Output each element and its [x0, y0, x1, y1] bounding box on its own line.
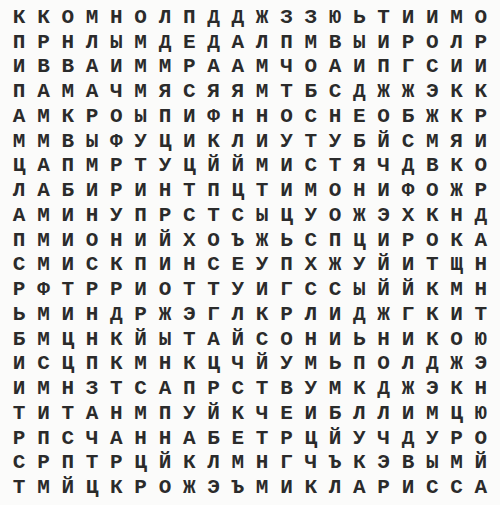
grid-cell[interactable]: Д	[153, 30, 177, 55]
grid-cell[interactable]: Н	[153, 352, 177, 377]
grid-cell[interactable]: С	[250, 327, 274, 352]
grid-cell[interactable]: Н	[56, 376, 80, 401]
grid-cell[interactable]: Й	[201, 401, 225, 426]
grid-cell[interactable]: Р	[469, 178, 493, 203]
grid-cell[interactable]: Н	[226, 104, 250, 129]
grid-cell[interactable]: Н	[250, 104, 274, 129]
grid-cell[interactable]: Ч	[250, 401, 274, 426]
grid-cell[interactable]: О	[469, 426, 493, 451]
grid-cell[interactable]: А	[226, 55, 250, 80]
grid-cell[interactable]: Т	[177, 277, 201, 302]
grid-cell[interactable]: Т	[128, 154, 152, 179]
grid-cell[interactable]: У	[128, 129, 152, 154]
grid-cell[interactable]: Л	[347, 401, 371, 426]
grid-cell[interactable]: Ц	[274, 203, 298, 228]
grid-cell[interactable]: Д	[347, 302, 371, 327]
grid-cell[interactable]: О	[56, 5, 80, 30]
grid-cell[interactable]: Ж	[396, 376, 420, 401]
grid-cell[interactable]: А	[201, 327, 225, 352]
grid-cell[interactable]: Г	[396, 302, 420, 327]
grid-cell[interactable]: Н	[371, 327, 395, 352]
grid-cell[interactable]: Н	[323, 104, 347, 129]
grid-cell[interactable]: Т	[299, 129, 323, 154]
grid-cell[interactable]: У	[347, 426, 371, 451]
grid-cell[interactable]: Э	[177, 302, 201, 327]
grid-cell[interactable]: Ц	[347, 228, 371, 253]
grid-cell[interactable]: Н	[177, 253, 201, 278]
grid-cell[interactable]: Р	[104, 277, 128, 302]
grid-cell[interactable]: Ц	[444, 401, 468, 426]
grid-cell[interactable]: Ц	[7, 154, 31, 179]
grid-cell[interactable]: М	[250, 79, 274, 104]
grid-cell[interactable]: Р	[128, 475, 152, 500]
grid-cell[interactable]: И	[250, 277, 274, 302]
grid-cell[interactable]: К	[104, 352, 128, 377]
grid-cell[interactable]: И	[128, 277, 152, 302]
grid-cell[interactable]: И	[128, 228, 152, 253]
grid-cell[interactable]: С	[299, 277, 323, 302]
grid-cell[interactable]: Ц	[201, 352, 225, 377]
grid-cell[interactable]: Б	[299, 79, 323, 104]
grid-cell[interactable]: С	[7, 451, 31, 476]
grid-cell[interactable]: П	[177, 376, 201, 401]
grid-cell[interactable]: С	[420, 475, 444, 500]
grid-cell[interactable]: Я	[444, 129, 468, 154]
grid-cell[interactable]: Ж	[347, 203, 371, 228]
grid-cell[interactable]: П	[80, 352, 104, 377]
grid-cell[interactable]: С	[396, 129, 420, 154]
grid-cell[interactable]: Т	[250, 376, 274, 401]
grid-cell[interactable]: Т	[104, 376, 128, 401]
grid-cell[interactable]: П	[56, 451, 80, 476]
grid-cell[interactable]: Р	[396, 30, 420, 55]
grid-cell[interactable]: С	[226, 203, 250, 228]
grid-cell[interactable]: З	[80, 376, 104, 401]
grid-cell[interactable]: У	[153, 154, 177, 179]
grid-cell[interactable]: П	[347, 352, 371, 377]
grid-cell[interactable]: Д	[226, 5, 250, 30]
grid-cell[interactable]: П	[177, 5, 201, 30]
grid-cell[interactable]: И	[396, 327, 420, 352]
grid-cell[interactable]: К	[104, 475, 128, 500]
grid-cell[interactable]: Ж	[250, 5, 274, 30]
grid-cell[interactable]: Х	[396, 203, 420, 228]
grid-cell[interactable]: М	[31, 129, 55, 154]
grid-cell[interactable]: Ж	[371, 79, 395, 104]
grid-cell[interactable]: Р	[7, 277, 31, 302]
grid-cell[interactable]: М	[31, 376, 55, 401]
grid-cell[interactable]: М	[31, 104, 55, 129]
grid-cell[interactable]: Г	[396, 55, 420, 80]
grid-cell[interactable]: Т	[56, 401, 80, 426]
grid-cell[interactable]: П	[128, 253, 152, 278]
grid-cell[interactable]: В	[31, 55, 55, 80]
grid-cell[interactable]: С	[56, 426, 80, 451]
grid-cell[interactable]: М	[31, 253, 55, 278]
grid-cell[interactable]: Ф	[31, 277, 55, 302]
grid-cell[interactable]: Ы	[104, 30, 128, 55]
grid-cell[interactable]: О	[153, 475, 177, 500]
grid-cell[interactable]: У	[104, 203, 128, 228]
grid-cell[interactable]: Р	[80, 277, 104, 302]
grid-cell[interactable]: М	[7, 129, 31, 154]
grid-cell[interactable]: Р	[274, 302, 298, 327]
grid-cell[interactable]: Н	[153, 178, 177, 203]
grid-cell[interactable]: Д	[396, 426, 420, 451]
grid-cell[interactable]: Ы	[347, 277, 371, 302]
grid-cell[interactable]: Ж	[323, 253, 347, 278]
grid-cell[interactable]: Р	[104, 154, 128, 179]
grid-cell[interactable]: И	[444, 55, 468, 80]
grid-cell[interactable]: Р	[444, 426, 468, 451]
grid-cell[interactable]: Ч	[299, 451, 323, 476]
grid-cell[interactable]: П	[153, 104, 177, 129]
grid-cell[interactable]: И	[7, 376, 31, 401]
grid-cell[interactable]: Т	[250, 178, 274, 203]
grid-cell[interactable]: Я	[226, 79, 250, 104]
grid-cell[interactable]: Л	[226, 129, 250, 154]
grid-cell[interactable]: И	[177, 129, 201, 154]
grid-cell[interactable]: Й	[396, 277, 420, 302]
grid-cell[interactable]: О	[420, 178, 444, 203]
grid-cell[interactable]: О	[469, 154, 493, 179]
grid-cell[interactable]: П	[274, 253, 298, 278]
grid-cell[interactable]: М	[444, 5, 468, 30]
grid-cell[interactable]: К	[444, 228, 468, 253]
grid-cell[interactable]: В	[56, 129, 80, 154]
grid-cell[interactable]: К	[250, 302, 274, 327]
grid-cell[interactable]: И	[371, 178, 395, 203]
grid-cell[interactable]: С	[323, 79, 347, 104]
grid-cell[interactable]: Й	[201, 154, 225, 179]
grid-cell[interactable]: Р	[7, 426, 31, 451]
grid-cell[interactable]: И	[299, 401, 323, 426]
grid-cell[interactable]: Н	[80, 203, 104, 228]
grid-cell[interactable]: Ы	[347, 30, 371, 55]
grid-cell[interactable]: М	[250, 154, 274, 179]
grid-cell[interactable]: М	[128, 401, 152, 426]
grid-cell[interactable]: Н	[444, 203, 468, 228]
grid-cell[interactable]: Б	[323, 401, 347, 426]
grid-cell[interactable]: П	[274, 30, 298, 55]
grid-cell[interactable]: Е	[226, 253, 250, 278]
grid-cell[interactable]: И	[56, 203, 80, 228]
grid-cell[interactable]: А	[323, 55, 347, 80]
grid-cell[interactable]: М	[31, 302, 55, 327]
grid-cell[interactable]: Р	[469, 30, 493, 55]
grid-cell[interactable]: Ы	[80, 129, 104, 154]
grid-cell[interactable]: Щ	[444, 253, 468, 278]
grid-cell[interactable]: Э	[371, 451, 395, 476]
grid-cell[interactable]: И	[104, 55, 128, 80]
grid-cell[interactable]: Ц	[299, 426, 323, 451]
grid-cell[interactable]: Ь	[7, 302, 31, 327]
grid-cell[interactable]: И	[396, 253, 420, 278]
grid-cell[interactable]: Б	[396, 104, 420, 129]
grid-cell[interactable]: И	[274, 154, 298, 179]
grid-cell[interactable]: Б	[201, 426, 225, 451]
grid-cell[interactable]: Ч	[371, 426, 395, 451]
grid-cell[interactable]: Д	[396, 154, 420, 179]
grid-cell[interactable]: К	[469, 79, 493, 104]
grid-cell[interactable]: С	[299, 228, 323, 253]
grid-cell[interactable]: Ч	[104, 79, 128, 104]
grid-cell[interactable]: М	[80, 5, 104, 30]
grid-cell[interactable]: Ю	[469, 401, 493, 426]
grid-cell[interactable]: К	[177, 352, 201, 377]
grid-cell[interactable]: Ю	[323, 5, 347, 30]
grid-cell[interactable]: Й	[226, 327, 250, 352]
grid-cell[interactable]: К	[444, 104, 468, 129]
grid-cell[interactable]: Ж	[444, 178, 468, 203]
grid-cell[interactable]: Й	[56, 475, 80, 500]
grid-cell[interactable]: В	[396, 451, 420, 476]
grid-cell[interactable]: П	[31, 426, 55, 451]
grid-cell[interactable]: И	[396, 5, 420, 30]
grid-cell[interactable]: М	[31, 203, 55, 228]
grid-cell[interactable]: С	[31, 352, 55, 377]
grid-cell[interactable]: Н	[469, 253, 493, 278]
grid-cell[interactable]: Г	[201, 302, 225, 327]
grid-cell[interactable]: Н	[299, 327, 323, 352]
grid-cell[interactable]: Й	[469, 451, 493, 476]
grid-cell[interactable]: П	[153, 401, 177, 426]
grid-cell[interactable]: Й	[128, 327, 152, 352]
grid-cell[interactable]: Д	[201, 30, 225, 55]
grid-cell[interactable]: М	[31, 228, 55, 253]
grid-cell[interactable]: С	[226, 376, 250, 401]
grid-cell[interactable]: Р	[177, 55, 201, 80]
grid-cell[interactable]: А	[201, 55, 225, 80]
grid-cell[interactable]: А	[226, 30, 250, 55]
grid-cell[interactable]: Ц	[226, 178, 250, 203]
grid-cell[interactable]: Л	[396, 352, 420, 377]
grid-cell[interactable]: М	[444, 451, 468, 476]
grid-cell[interactable]: М	[31, 475, 55, 500]
grid-cell[interactable]: Ь	[347, 5, 371, 30]
grid-cell[interactable]: А	[7, 203, 31, 228]
grid-cell[interactable]: С	[177, 79, 201, 104]
grid-cell[interactable]: Ъ	[226, 475, 250, 500]
grid-cell[interactable]: Е	[274, 401, 298, 426]
grid-cell[interactable]: М	[299, 178, 323, 203]
grid-cell[interactable]: Э	[201, 475, 225, 500]
grid-cell[interactable]: У	[299, 376, 323, 401]
grid-cell[interactable]: Ы	[128, 104, 152, 129]
grid-cell[interactable]: А	[31, 178, 55, 203]
grid-cell[interactable]: И	[347, 55, 371, 80]
grid-cell[interactable]: С	[80, 253, 104, 278]
grid-cell[interactable]: Ы	[153, 327, 177, 352]
grid-cell[interactable]: Н	[469, 277, 493, 302]
grid-cell[interactable]: М	[250, 55, 274, 80]
grid-cell[interactable]: А	[80, 401, 104, 426]
grid-cell[interactable]: С	[7, 253, 31, 278]
grid-cell[interactable]: И	[80, 178, 104, 203]
grid-cell[interactable]: А	[153, 376, 177, 401]
grid-cell[interactable]: Ж	[371, 302, 395, 327]
grid-cell[interactable]: Ж	[250, 228, 274, 253]
grid-cell[interactable]: Л	[153, 5, 177, 30]
grid-cell[interactable]: И	[469, 55, 493, 80]
grid-cell[interactable]: Т	[323, 154, 347, 179]
grid-cell[interactable]: С	[420, 55, 444, 80]
grid-cell[interactable]: Е	[177, 30, 201, 55]
grid-cell[interactable]: Д	[104, 302, 128, 327]
grid-cell[interactable]: О	[153, 277, 177, 302]
grid-cell[interactable]: О	[371, 104, 395, 129]
grid-cell[interactable]: Ы	[250, 203, 274, 228]
grid-cell[interactable]: С	[323, 277, 347, 302]
grid-cell[interactable]: Н	[56, 30, 80, 55]
grid-cell[interactable]: И	[323, 327, 347, 352]
grid-cell[interactable]: Ю	[469, 327, 493, 352]
grid-cell[interactable]: И	[274, 475, 298, 500]
grid-cell[interactable]: К	[420, 327, 444, 352]
grid-cell[interactable]: Ж	[153, 302, 177, 327]
grid-cell[interactable]: Т	[420, 253, 444, 278]
grid-cell[interactable]: И	[469, 129, 493, 154]
grid-cell[interactable]: И	[31, 401, 55, 426]
grid-cell[interactable]: Н	[104, 5, 128, 30]
grid-cell[interactable]: Т	[469, 302, 493, 327]
grid-cell[interactable]: Ь	[347, 327, 371, 352]
grid-cell[interactable]: К	[104, 327, 128, 352]
grid-cell[interactable]: М	[299, 352, 323, 377]
grid-cell[interactable]: К	[444, 376, 468, 401]
grid-cell[interactable]: Р	[396, 228, 420, 253]
grid-cell[interactable]: Р	[80, 104, 104, 129]
grid-cell[interactable]: Т	[250, 426, 274, 451]
grid-cell[interactable]: Ч	[80, 426, 104, 451]
grid-cell[interactable]: Р	[104, 178, 128, 203]
grid-cell[interactable]: Я	[201, 79, 225, 104]
grid-cell[interactable]: У	[274, 129, 298, 154]
grid-cell[interactable]: Х	[177, 228, 201, 253]
grid-cell[interactable]: Л	[299, 302, 323, 327]
grid-cell[interactable]: Ы	[420, 451, 444, 476]
grid-cell[interactable]: К	[347, 376, 371, 401]
grid-cell[interactable]: Т	[177, 178, 201, 203]
grid-cell[interactable]: Ж	[444, 352, 468, 377]
grid-cell[interactable]: Т	[371, 5, 395, 30]
grid-cell[interactable]: Я	[347, 154, 371, 179]
grid-cell[interactable]: О	[128, 5, 152, 30]
grid-cell[interactable]: К	[444, 154, 468, 179]
grid-cell[interactable]: У	[420, 426, 444, 451]
grid-cell[interactable]: Э	[420, 376, 444, 401]
grid-cell[interactable]: Л	[7, 178, 31, 203]
grid-cell[interactable]: О	[274, 104, 298, 129]
grid-cell[interactable]: В	[323, 30, 347, 55]
grid-cell[interactable]: И	[250, 129, 274, 154]
grid-cell[interactable]: Н	[80, 327, 104, 352]
grid-cell[interactable]: М	[80, 154, 104, 179]
grid-cell[interactable]: Р	[128, 302, 152, 327]
grid-cell[interactable]: Й	[226, 154, 250, 179]
grid-cell[interactable]: М	[444, 277, 468, 302]
grid-cell[interactable]: У	[299, 203, 323, 228]
grid-cell[interactable]: А	[177, 426, 201, 451]
grid-cell[interactable]: В	[56, 55, 80, 80]
grid-cell[interactable]: Н	[80, 302, 104, 327]
grid-cell[interactable]: М	[420, 129, 444, 154]
grid-cell[interactable]: Й	[153, 451, 177, 476]
grid-cell[interactable]: А	[80, 55, 104, 80]
grid-cell[interactable]: Т	[201, 277, 225, 302]
grid-cell[interactable]: Д	[469, 203, 493, 228]
grid-cell[interactable]: И	[371, 228, 395, 253]
grid-cell[interactable]: И	[371, 30, 395, 55]
grid-cell[interactable]: О	[323, 178, 347, 203]
grid-cell[interactable]: З	[274, 5, 298, 30]
grid-cell[interactable]: А	[347, 475, 371, 500]
grid-cell[interactable]: В	[420, 154, 444, 179]
grid-cell[interactable]: Э	[420, 79, 444, 104]
grid-cell[interactable]: Г	[274, 451, 298, 476]
grid-cell[interactable]: Ь	[274, 228, 298, 253]
grid-cell[interactable]: Й	[371, 253, 395, 278]
grid-cell[interactable]: Ч	[226, 352, 250, 377]
grid-cell[interactable]: Ф	[201, 104, 225, 129]
grid-cell[interactable]: К	[104, 253, 128, 278]
grid-cell[interactable]: Д	[420, 352, 444, 377]
grid-cell[interactable]: Б	[7, 327, 31, 352]
grid-cell[interactable]: Ц	[56, 327, 80, 352]
grid-cell[interactable]: Ф	[104, 129, 128, 154]
grid-cell[interactable]: У	[274, 352, 298, 377]
grid-cell[interactable]: Й	[371, 277, 395, 302]
grid-cell[interactable]: Ц	[177, 154, 201, 179]
grid-cell[interactable]: Л	[226, 302, 250, 327]
grid-cell[interactable]: С	[201, 253, 225, 278]
grid-cell[interactable]: Ц	[56, 352, 80, 377]
grid-cell[interactable]: Л	[371, 401, 395, 426]
grid-cell[interactable]: Ч	[274, 55, 298, 80]
grid-cell[interactable]: И	[7, 55, 31, 80]
grid-cell[interactable]: А	[31, 79, 55, 104]
grid-cell[interactable]: П	[7, 30, 31, 55]
grid-cell[interactable]: У	[177, 401, 201, 426]
grid-cell[interactable]: А	[104, 426, 128, 451]
grid-cell[interactable]: Ж	[396, 79, 420, 104]
grid-cell[interactable]: О	[201, 228, 225, 253]
grid-cell[interactable]: Л	[444, 30, 468, 55]
grid-cell[interactable]: С	[177, 203, 201, 228]
grid-cell[interactable]: Н	[347, 178, 371, 203]
grid-cell[interactable]: Н	[128, 426, 152, 451]
grid-cell[interactable]: Р	[371, 475, 395, 500]
grid-cell[interactable]: И	[7, 352, 31, 377]
grid-cell[interactable]: О	[299, 55, 323, 80]
grid-cell[interactable]: П	[7, 228, 31, 253]
grid-cell[interactable]: Й	[323, 426, 347, 451]
grid-cell[interactable]: К	[177, 451, 201, 476]
grid-cell[interactable]: У	[226, 277, 250, 302]
grid-cell[interactable]: У	[250, 253, 274, 278]
grid-cell[interactable]: И	[56, 302, 80, 327]
grid-cell[interactable]: Ф	[396, 178, 420, 203]
grid-cell[interactable]: Р	[31, 30, 55, 55]
grid-cell[interactable]: О	[469, 5, 493, 30]
grid-cell[interactable]: П	[7, 79, 31, 104]
grid-cell[interactable]: Ц	[80, 475, 104, 500]
grid-cell[interactable]: У	[347, 253, 371, 278]
grid-cell[interactable]: М	[128, 55, 152, 80]
grid-cell[interactable]: Й	[250, 352, 274, 377]
grid-cell[interactable]: И	[444, 302, 468, 327]
grid-cell[interactable]: Л	[250, 30, 274, 55]
